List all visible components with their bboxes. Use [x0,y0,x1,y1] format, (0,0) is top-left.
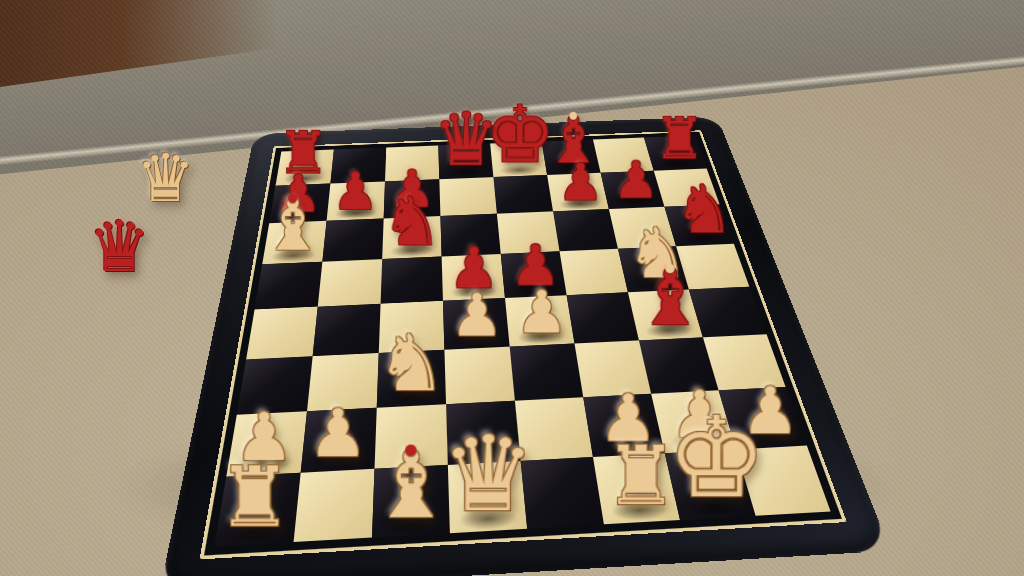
natural-king-g1[interactable]: ♚ [667,403,766,514]
square-b7[interactable]: ♟ [327,181,385,220]
natural-bishop-a6[interactable]: ♝ [261,189,325,260]
natural-pawn-e4[interactable]: ♟ [515,283,568,342]
square-c6[interactable]: ♞ [382,216,441,259]
red-pawn-f7[interactable]: ♟ [558,157,603,208]
natural-queen-d1[interactable]: ♛ [441,422,535,526]
square-d3[interactable] [444,347,514,405]
square-d7[interactable] [439,177,497,216]
square-e7[interactable] [493,175,553,214]
square-b5[interactable] [318,259,382,306]
square-b4[interactable] [313,304,381,356]
natural-bishop-c1[interactable]: ♝ [370,438,453,530]
square-f5[interactable] [560,249,628,295]
natural-pawn-d4[interactable]: ♟ [451,286,504,345]
board-border-line: ♜♛♚♝♜♟♟♟♟♟♝♞♞♟♟♞♟♟♝♞♟♟♟♟♟♜♝♛♜♚ [200,130,847,559]
square-g1[interactable]: ♚ [665,449,756,520]
square-d8[interactable]: ♛ [438,143,493,179]
square-f1[interactable]: ♜ [593,453,680,524]
chess-board: ♜♛♚♝♜♟♟♟♟♟♝♞♞♟♟♞♟♟♝♞♟♟♟♟♟♜♝♛♜♚ [159,117,891,576]
square-c1[interactable]: ♝ [372,465,450,538]
square-f4[interactable] [567,292,639,343]
red-pawn-b7[interactable]: ♟ [332,166,378,217]
natural-rook-f1[interactable]: ♜ [605,436,678,517]
square-d4[interactable]: ♟ [443,298,510,350]
square-b6[interactable] [322,218,383,261]
square-b1[interactable] [294,469,375,542]
red-pawn-g7[interactable]: ♟ [613,155,658,205]
scene: ♜♛♚♝♜♟♟♟♟♟♝♞♞♟♟♞♟♟♝♞♟♟♟♟♟♜♝♛♜♚ [0,0,1024,576]
square-d1[interactable]: ♛ [448,461,527,533]
board-grid: ♜♛♚♝♜♟♟♟♟♟♝♞♞♟♟♞♟♟♝♞♟♟♟♟♟♜♝♛♜♚ [214,136,830,547]
board-frame: ♜♛♚♝♜♟♟♟♟♟♝♞♞♟♟♞♟♟♝♞♟♟♟♟♟♜♝♛♜♚ [159,117,891,576]
square-g7[interactable]: ♟ [601,171,665,209]
square-c5[interactable] [381,256,443,303]
natural-knight-c3[interactable]: ♞ [377,324,447,402]
natural-pawn-b2[interactable]: ♟ [308,401,367,467]
natural-rook-a1[interactable]: ♜ [218,457,292,540]
square-a1[interactable]: ♜ [214,473,300,547]
square-a5[interactable] [255,262,323,310]
square-g4[interactable]: ♝ [628,290,703,341]
square-a6[interactable]: ♝ [262,221,326,264]
square-f7[interactable]: ♟ [547,173,609,212]
red-queen-d8[interactable]: ♛ [434,103,499,176]
red-bishop-g4[interactable]: ♝ [636,259,705,336]
red-rook-h8[interactable]: ♜ [654,111,705,168]
square-f6[interactable] [553,209,618,251]
square-e4[interactable]: ♟ [505,295,575,347]
square-b2[interactable]: ♟ [301,408,377,473]
square-a4[interactable] [246,307,318,360]
square-e3[interactable] [510,344,584,401]
square-c3[interactable]: ♞ [377,350,446,408]
red-knight-c6[interactable]: ♞ [382,188,442,255]
